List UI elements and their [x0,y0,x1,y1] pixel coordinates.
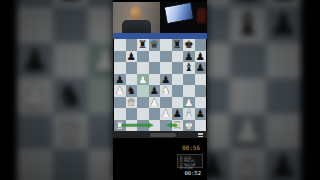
streamer-torso [122,20,151,33]
square-a3[interactable] [114,97,126,109]
square-g2[interactable]: ♝ [183,108,195,120]
square-b4[interactable]: ♞ [126,85,138,97]
square-a4[interactable]: ♟ [114,85,126,97]
white-piece-a4: ♟ [115,85,124,96]
square-d4[interactable]: ♟ [149,85,161,97]
square-h5[interactable] [195,74,207,86]
square-h4[interactable] [195,85,207,97]
white-piece-g1: ♚ [184,120,193,131]
square-b6[interactable] [126,62,138,74]
square-f4[interactable] [172,85,184,97]
monitor-screen [164,2,195,24]
square-c4[interactable] [137,85,149,97]
black-piece-b4: ♞ [127,85,136,96]
white-piece-g3: ♟ [184,97,193,108]
black-piece-h2: ♟ [196,108,205,119]
square-c3[interactable] [137,97,149,109]
video-frame: ♜♛♜♚♟♟♟♝♟♟♟♟♟♞♟♞♛♟♟♟♟♝♟♜♜♚ Hourly SuperB… [0,0,320,180]
square-g6[interactable]: ♝ [183,62,195,74]
square-d6[interactable] [149,62,161,74]
black-piece-f2: ♟ [173,108,182,119]
square-e1[interactable] [160,120,172,132]
square-a8[interactable] [114,39,126,51]
square-f3[interactable] [172,97,184,109]
square-c6[interactable] [137,62,149,74]
square-a5[interactable]: ♟ [114,74,126,86]
square-f7[interactable] [172,51,184,63]
black-piece-e5: ♟ [161,74,170,85]
black-piece-d4: ♟ [150,85,159,96]
square-g4[interactable] [183,85,195,97]
square-b3[interactable]: ♛ [126,97,138,109]
square-b1[interactable] [126,120,138,132]
square-f6[interactable] [172,62,184,74]
square-a2[interactable] [114,108,126,120]
game-panel: 00:56 25. a4 a5 26. Rfd1 h6 27. Ne4 Qd8 … [113,138,207,180]
black-piece-g8: ♚ [184,39,193,50]
square-e3[interactable] [160,97,172,109]
square-e4[interactable]: ♞ [160,85,172,97]
square-d3[interactable]: ♟ [149,97,161,109]
black-piece-g7: ♟ [184,51,193,62]
white-piece-a1: ♜ [115,120,124,131]
black-piece-g6: ♝ [184,62,193,73]
square-c2[interactable] [137,108,149,120]
square-c5[interactable]: ♟ [137,74,149,86]
square-g1[interactable]: ♚ [183,120,195,132]
square-f2[interactable]: ♟ [172,108,184,120]
square-d2[interactable] [149,108,161,120]
room-webcam [160,2,207,33]
square-b2[interactable] [126,108,138,120]
square-e7[interactable] [160,51,172,63]
white-piece-b3: ♛ [127,97,136,108]
video-strip: Hourly SuperBlitz Arena • lichess.org ♜♛… [113,0,207,180]
square-g8[interactable]: ♚ [183,39,195,51]
square-e8[interactable] [160,39,172,51]
menu-icon[interactable] [198,133,203,136]
white-piece-f1: ♜ [173,120,182,131]
white-piece-d3: ♟ [150,97,159,108]
square-f5[interactable] [172,74,184,86]
black-piece-f8: ♜ [173,39,182,50]
clock-top: 00:56 [182,144,200,151]
square-d7[interactable] [149,51,161,63]
square-b5[interactable] [126,74,138,86]
square-c1[interactable] [137,120,149,132]
square-d1[interactable] [149,120,161,132]
square-b8[interactable] [126,39,138,51]
square-f8[interactable]: ♜ [172,39,184,51]
white-piece-e4: ♞ [161,85,170,96]
square-a6[interactable] [114,62,126,74]
square-h2[interactable]: ♟ [195,108,207,120]
square-e2[interactable]: ♟ [160,108,172,120]
chess-board[interactable]: ♜♛♜♚♟♟♟♝♟♟♟♟♟♞♟♞♛♟♟♟♟♝♟♜♜♚ [114,39,206,131]
black-piece-c8: ♜ [138,39,147,50]
square-c7[interactable] [137,51,149,63]
square-g5[interactable] [183,74,195,86]
square-e6[interactable] [160,62,172,74]
streamer-webcam [113,2,160,33]
black-piece-h7: ♟ [196,51,205,62]
board-toolbar: 28. c5 [113,131,207,138]
square-h7[interactable]: ♟ [195,51,207,63]
square-b7[interactable]: ♟ [126,51,138,63]
square-a7[interactable] [114,51,126,63]
square-d8[interactable]: ♛ [149,39,161,51]
black-piece-b7: ♟ [127,51,136,62]
square-g3[interactable]: ♟ [183,97,195,109]
last-move-chip[interactable]: 28. c5 [150,133,176,137]
square-e5[interactable]: ♟ [160,74,172,86]
square-f1[interactable]: ♜ [172,120,184,132]
white-piece-g2: ♝ [184,108,193,119]
room-object [197,8,206,23]
square-h6[interactable]: ♟ [195,62,207,74]
white-piece-e2: ♟ [161,108,170,119]
black-piece-d8: ♛ [150,39,159,50]
clock-bottom: 00:52 [184,170,201,176]
square-d5[interactable] [149,74,161,86]
move-list[interactable]: 25. a4 a5 26. Rfd1 h6 27. Ne4 Qd8 28. c5… [177,154,203,168]
white-piece-c5: ♟ [138,74,147,85]
square-h1[interactable] [195,120,207,132]
black-piece-h6: ♟ [196,62,205,73]
square-g7[interactable]: ♟ [183,51,195,63]
square-h3[interactable] [195,97,207,109]
square-a1[interactable]: ♜ [114,120,126,132]
square-h8[interactable] [195,39,207,51]
square-c8[interactable]: ♜ [137,39,149,51]
streamer-head [130,6,142,20]
black-piece-a5: ♟ [115,74,124,85]
